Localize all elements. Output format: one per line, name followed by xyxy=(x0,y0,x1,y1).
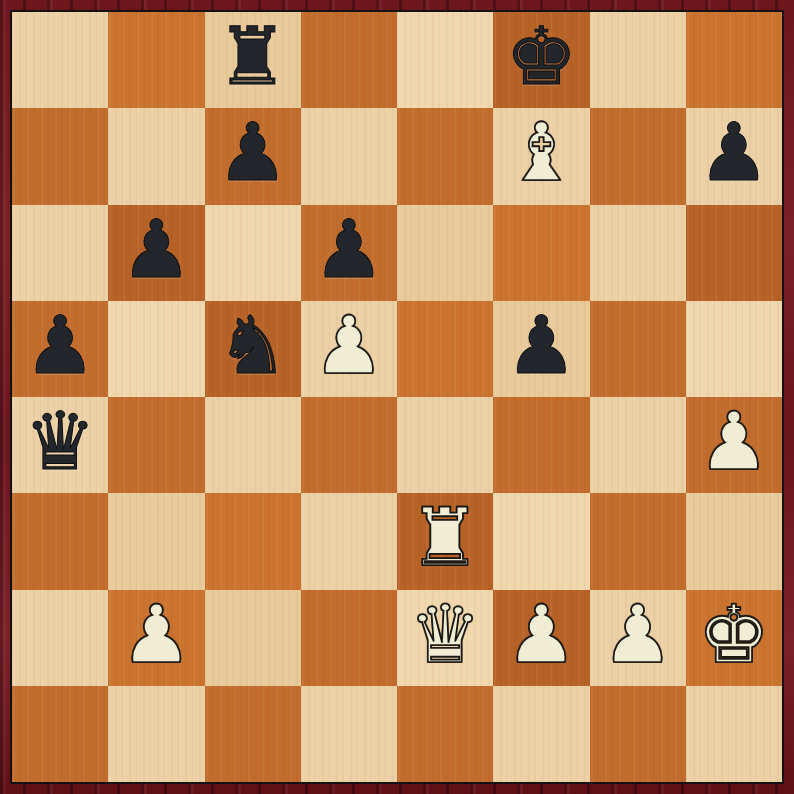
square-h6[interactable] xyxy=(686,205,782,301)
square-e5[interactable] xyxy=(397,301,493,397)
white-pawn[interactable]: ♟ xyxy=(602,595,674,675)
square-b4[interactable] xyxy=(108,397,204,493)
square-f3[interactable] xyxy=(493,493,589,589)
square-c2[interactable] xyxy=(205,590,301,686)
square-d2[interactable] xyxy=(301,590,397,686)
square-h8[interactable] xyxy=(686,12,782,108)
square-h3[interactable] xyxy=(686,493,782,589)
black-pawn[interactable]: ♟ xyxy=(217,113,289,193)
square-h1[interactable] xyxy=(686,686,782,782)
square-b3[interactable] xyxy=(108,493,204,589)
square-f2[interactable]: ♟ xyxy=(493,590,589,686)
square-g7[interactable] xyxy=(590,108,686,204)
square-e8[interactable] xyxy=(397,12,493,108)
black-knight[interactable]: ♞ xyxy=(217,306,289,386)
white-pawn[interactable]: ♟ xyxy=(121,595,193,675)
square-e7[interactable] xyxy=(397,108,493,204)
square-g3[interactable] xyxy=(590,493,686,589)
white-pawn[interactable]: ♟ xyxy=(698,402,770,482)
square-a4[interactable]: ♛ xyxy=(12,397,108,493)
square-d1[interactable] xyxy=(301,686,397,782)
square-e4[interactable] xyxy=(397,397,493,493)
square-a5[interactable]: ♟ xyxy=(12,301,108,397)
black-pawn[interactable]: ♟ xyxy=(506,306,578,386)
square-d5[interactable]: ♟ xyxy=(301,301,397,397)
black-rook[interactable]: ♜ xyxy=(217,17,289,97)
square-b6[interactable]: ♟ xyxy=(108,205,204,301)
square-g6[interactable] xyxy=(590,205,686,301)
square-f8[interactable]: ♚ xyxy=(493,12,589,108)
square-c5[interactable]: ♞ xyxy=(205,301,301,397)
square-c8[interactable]: ♜ xyxy=(205,12,301,108)
square-a2[interactable] xyxy=(12,590,108,686)
black-pawn[interactable]: ♟ xyxy=(698,113,770,193)
square-h2[interactable]: ♚ xyxy=(686,590,782,686)
square-a7[interactable] xyxy=(12,108,108,204)
square-g2[interactable]: ♟ xyxy=(590,590,686,686)
chess-diagram: ♜♚♟♝♟♟♟♟♞♟♟♛♟♜♟♛♟♟♚ xyxy=(0,0,794,794)
square-f7[interactable]: ♝ xyxy=(493,108,589,204)
white-pawn[interactable]: ♟ xyxy=(506,595,578,675)
square-d7[interactable] xyxy=(301,108,397,204)
white-rook[interactable]: ♜ xyxy=(409,498,481,578)
square-e6[interactable] xyxy=(397,205,493,301)
black-king[interactable]: ♚ xyxy=(506,17,578,97)
square-f5[interactable]: ♟ xyxy=(493,301,589,397)
white-pawn[interactable]: ♟ xyxy=(313,306,385,386)
black-queen[interactable]: ♛ xyxy=(24,402,96,482)
square-f1[interactable] xyxy=(493,686,589,782)
square-d4[interactable] xyxy=(301,397,397,493)
square-c1[interactable] xyxy=(205,686,301,782)
chess-board: ♜♚♟♝♟♟♟♟♞♟♟♛♟♜♟♛♟♟♚ xyxy=(10,10,784,784)
white-queen[interactable]: ♛ xyxy=(409,595,481,675)
square-e1[interactable] xyxy=(397,686,493,782)
black-pawn[interactable]: ♟ xyxy=(24,306,96,386)
black-pawn[interactable]: ♟ xyxy=(313,210,385,290)
square-f6[interactable] xyxy=(493,205,589,301)
square-h7[interactable]: ♟ xyxy=(686,108,782,204)
square-b5[interactable] xyxy=(108,301,204,397)
square-d3[interactable] xyxy=(301,493,397,589)
white-king[interactable]: ♚ xyxy=(698,595,770,675)
square-a1[interactable] xyxy=(12,686,108,782)
square-b8[interactable] xyxy=(108,12,204,108)
square-b2[interactable]: ♟ xyxy=(108,590,204,686)
white-bishop[interactable]: ♝ xyxy=(506,113,578,193)
square-c3[interactable] xyxy=(205,493,301,589)
square-a8[interactable] xyxy=(12,12,108,108)
square-g1[interactable] xyxy=(590,686,686,782)
square-g4[interactable] xyxy=(590,397,686,493)
square-e3[interactable]: ♜ xyxy=(397,493,493,589)
square-b7[interactable] xyxy=(108,108,204,204)
square-g8[interactable] xyxy=(590,12,686,108)
square-f4[interactable] xyxy=(493,397,589,493)
square-a3[interactable] xyxy=(12,493,108,589)
square-h4[interactable]: ♟ xyxy=(686,397,782,493)
square-a6[interactable] xyxy=(12,205,108,301)
square-d8[interactable] xyxy=(301,12,397,108)
square-e2[interactable]: ♛ xyxy=(397,590,493,686)
square-g5[interactable] xyxy=(590,301,686,397)
square-c4[interactable] xyxy=(205,397,301,493)
square-h5[interactable] xyxy=(686,301,782,397)
square-d6[interactable]: ♟ xyxy=(301,205,397,301)
square-b1[interactable] xyxy=(108,686,204,782)
black-pawn[interactable]: ♟ xyxy=(121,210,193,290)
board-frame: ♜♚♟♝♟♟♟♟♞♟♟♛♟♜♟♛♟♟♚ xyxy=(0,0,794,794)
square-c7[interactable]: ♟ xyxy=(205,108,301,204)
square-c6[interactable] xyxy=(205,205,301,301)
